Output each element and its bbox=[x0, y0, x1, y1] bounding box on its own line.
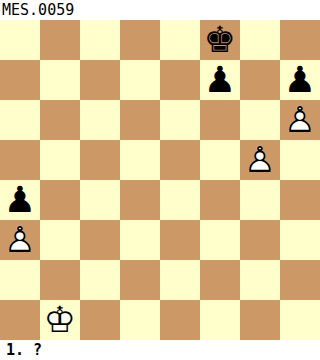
square-h7[interactable]: ♟ bbox=[280, 60, 320, 100]
square-g6[interactable] bbox=[240, 100, 280, 140]
square-d3[interactable] bbox=[120, 220, 160, 260]
square-b8[interactable] bbox=[40, 20, 80, 60]
square-f5[interactable] bbox=[200, 140, 240, 180]
square-f6[interactable] bbox=[200, 100, 240, 140]
white-pawn: ♙ bbox=[240, 140, 280, 180]
square-h4[interactable] bbox=[280, 180, 320, 220]
square-c4[interactable] bbox=[80, 180, 120, 220]
square-b4[interactable] bbox=[40, 180, 80, 220]
square-b5[interactable] bbox=[40, 140, 80, 180]
square-d1[interactable] bbox=[120, 300, 160, 340]
square-h5[interactable] bbox=[280, 140, 320, 180]
diagram-title: MES.0059 bbox=[2, 1, 74, 19]
caption-bar: 1. ? bbox=[0, 340, 320, 360]
square-c2[interactable] bbox=[80, 260, 120, 300]
square-a5[interactable] bbox=[0, 140, 40, 180]
square-c1[interactable] bbox=[80, 300, 120, 340]
chess-board: ♚♟♟♟♙♟♙♟♟♙♚♔ bbox=[0, 20, 320, 340]
black-pawn: ♟ bbox=[280, 60, 320, 100]
square-g1[interactable] bbox=[240, 300, 280, 340]
square-f1[interactable] bbox=[200, 300, 240, 340]
square-h8[interactable] bbox=[280, 20, 320, 60]
white-king: ♔ bbox=[40, 300, 80, 340]
chess-diagram-page: MES.0059 ♚♟♟♟♙♟♙♟♟♙♚♔ 1. ? bbox=[0, 0, 320, 360]
square-e4[interactable] bbox=[160, 180, 200, 220]
square-a6[interactable] bbox=[0, 100, 40, 140]
square-g4[interactable] bbox=[240, 180, 280, 220]
square-a3[interactable]: ♟♙ bbox=[0, 220, 40, 260]
square-f3[interactable] bbox=[200, 220, 240, 260]
square-c5[interactable] bbox=[80, 140, 120, 180]
square-d8[interactable] bbox=[120, 20, 160, 60]
square-e6[interactable] bbox=[160, 100, 200, 140]
square-a1[interactable] bbox=[0, 300, 40, 340]
square-g8[interactable] bbox=[240, 20, 280, 60]
square-d4[interactable] bbox=[120, 180, 160, 220]
square-f8[interactable]: ♚ bbox=[200, 20, 240, 60]
black-king: ♚ bbox=[200, 20, 240, 60]
white-pawn: ♙ bbox=[280, 100, 320, 140]
square-g7[interactable] bbox=[240, 60, 280, 100]
square-f4[interactable] bbox=[200, 180, 240, 220]
black-pawn: ♟ bbox=[0, 180, 40, 220]
square-f7[interactable]: ♟ bbox=[200, 60, 240, 100]
square-c6[interactable] bbox=[80, 100, 120, 140]
square-e1[interactable] bbox=[160, 300, 200, 340]
square-c7[interactable] bbox=[80, 60, 120, 100]
square-b2[interactable] bbox=[40, 260, 80, 300]
square-e5[interactable] bbox=[160, 140, 200, 180]
square-a7[interactable] bbox=[0, 60, 40, 100]
square-b6[interactable] bbox=[40, 100, 80, 140]
square-d6[interactable] bbox=[120, 100, 160, 140]
black-pawn: ♟ bbox=[200, 60, 240, 100]
square-c3[interactable] bbox=[80, 220, 120, 260]
square-b3[interactable] bbox=[40, 220, 80, 260]
square-h3[interactable] bbox=[280, 220, 320, 260]
square-g3[interactable] bbox=[240, 220, 280, 260]
square-a2[interactable] bbox=[0, 260, 40, 300]
square-g5[interactable]: ♟♙ bbox=[240, 140, 280, 180]
title-bar: MES.0059 bbox=[0, 0, 320, 20]
move-prompt: 1. ? bbox=[6, 341, 42, 359]
square-e3[interactable] bbox=[160, 220, 200, 260]
square-h1[interactable] bbox=[280, 300, 320, 340]
square-d7[interactable] bbox=[120, 60, 160, 100]
square-d2[interactable] bbox=[120, 260, 160, 300]
square-c8[interactable] bbox=[80, 20, 120, 60]
square-b7[interactable] bbox=[40, 60, 80, 100]
square-e7[interactable] bbox=[160, 60, 200, 100]
square-e8[interactable] bbox=[160, 20, 200, 60]
square-g2[interactable] bbox=[240, 260, 280, 300]
square-f2[interactable] bbox=[200, 260, 240, 300]
white-pawn: ♙ bbox=[0, 220, 40, 260]
square-a8[interactable] bbox=[0, 20, 40, 60]
square-a4[interactable]: ♟ bbox=[0, 180, 40, 220]
square-b1[interactable]: ♚♔ bbox=[40, 300, 80, 340]
square-h6[interactable]: ♟♙ bbox=[280, 100, 320, 140]
square-h2[interactable] bbox=[280, 260, 320, 300]
square-e2[interactable] bbox=[160, 260, 200, 300]
square-d5[interactable] bbox=[120, 140, 160, 180]
